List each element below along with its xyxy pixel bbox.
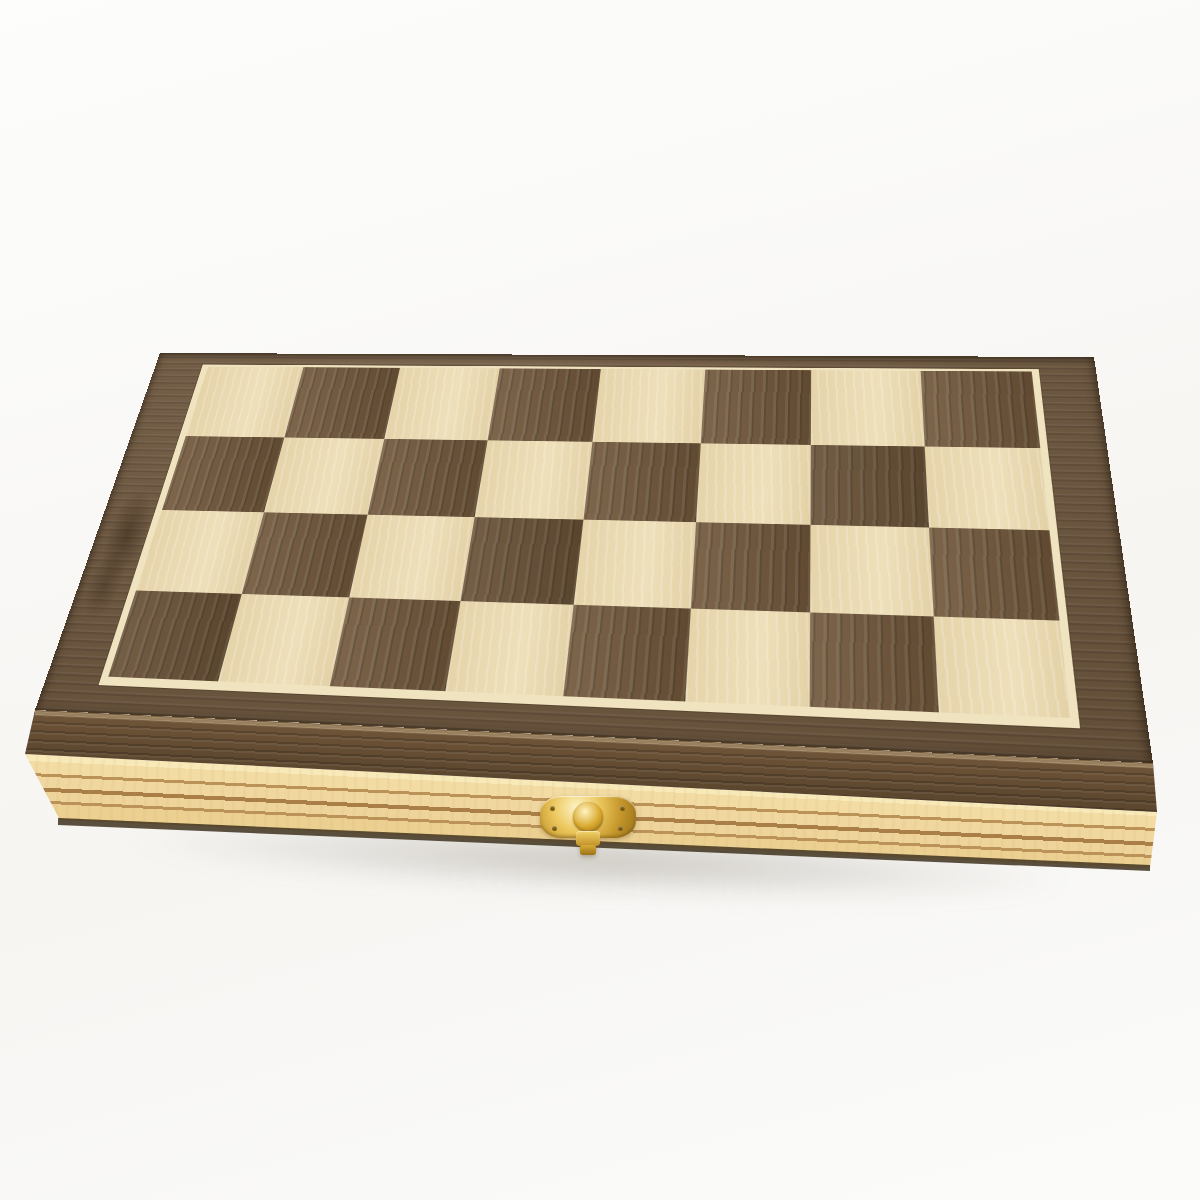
square-r4c3-dark bbox=[330, 597, 460, 691]
clasp-screw bbox=[550, 806, 555, 811]
product-photo bbox=[0, 0, 1200, 1200]
clasp-boss bbox=[573, 802, 603, 832]
square-r3c2-dark bbox=[241, 512, 367, 597]
square-r4c5-dark bbox=[563, 604, 690, 701]
square-r3c4-dark bbox=[460, 517, 583, 604]
square-r1c4-dark bbox=[487, 368, 601, 441]
square-r2c7-dark bbox=[810, 444, 928, 527]
square-r2c5-dark bbox=[583, 441, 700, 522]
square-r4c6-light bbox=[685, 608, 810, 707]
square-r2c4-light bbox=[474, 440, 592, 520]
square-r1c3-light bbox=[384, 368, 499, 440]
square-r2c2-light bbox=[264, 437, 385, 515]
clasp-screw bbox=[620, 806, 625, 811]
clasp-screw bbox=[552, 826, 557, 831]
square-r3c8-dark bbox=[928, 528, 1059, 621]
square-r1c5-light bbox=[592, 369, 704, 443]
square-r4c4-light bbox=[445, 601, 574, 697]
square-r2c8-light bbox=[924, 446, 1049, 530]
brass-clasp bbox=[540, 794, 636, 856]
square-r1c2-dark bbox=[284, 367, 400, 438]
square-r3c5-light bbox=[574, 520, 696, 608]
square-r3c3-light bbox=[349, 515, 474, 601]
square-r1c6-dark bbox=[700, 370, 811, 445]
maple-inlay-line bbox=[98, 364, 1080, 728]
square-r1c1-light bbox=[186, 367, 303, 437]
walnut-frame bbox=[35, 353, 1153, 763]
square-r1c8-dark bbox=[920, 371, 1040, 448]
chess-board bbox=[108, 367, 1070, 718]
board-top-face bbox=[35, 353, 1153, 763]
square-r4c7-dark bbox=[810, 612, 939, 712]
square-r4c8-light bbox=[933, 616, 1070, 718]
clasp-screw bbox=[618, 826, 623, 831]
square-r1c7-light bbox=[811, 370, 924, 446]
square-r2c3-dark bbox=[368, 438, 488, 517]
square-r2c6-light bbox=[696, 443, 811, 525]
clasp-tab bbox=[580, 845, 596, 855]
square-r3c7-light bbox=[810, 525, 933, 616]
clasp-hook bbox=[576, 831, 600, 846]
square-r3c6-dark bbox=[690, 522, 810, 612]
